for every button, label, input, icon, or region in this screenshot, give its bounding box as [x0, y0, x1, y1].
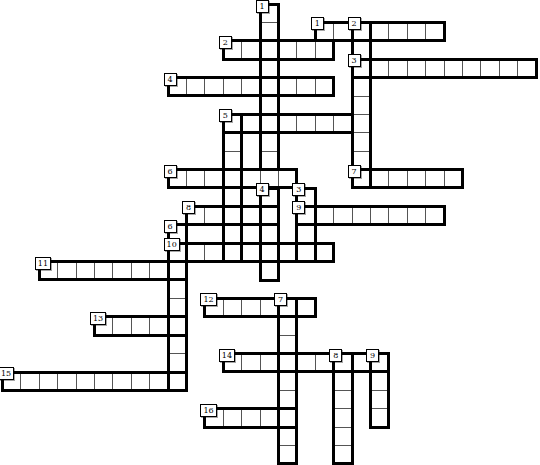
number-box-2: 2	[219, 36, 232, 49]
number-box-1: 1	[256, 0, 269, 13]
number-box-5: 5	[219, 109, 232, 122]
down-1-word[interactable]	[259, 3, 280, 172]
number-box-10: 10	[164, 238, 180, 251]
across-12-word[interactable]	[203, 297, 316, 318]
crossword-board: 1122345673489610111271314891516	[0, 0, 540, 465]
across-4-word[interactable]	[167, 76, 336, 97]
number-box-4: 4	[256, 183, 269, 196]
number-box-15: 15	[0, 367, 14, 380]
number-box-6: 6	[164, 220, 177, 233]
number-box-12: 12	[200, 293, 216, 306]
number-box-8: 8	[329, 349, 342, 362]
down-8-word[interactable]	[332, 352, 353, 465]
number-box-9: 9	[292, 201, 305, 214]
down-7-word[interactable]	[277, 297, 298, 465]
number-box-14: 14	[219, 349, 235, 362]
number-box-2: 2	[348, 17, 361, 30]
down-9-word[interactable]	[369, 352, 390, 429]
number-box-6: 6	[164, 165, 177, 178]
number-box-1: 1	[311, 17, 324, 30]
number-box-7: 7	[274, 293, 287, 306]
across-9-word[interactable]	[295, 205, 445, 226]
across-11-word[interactable]	[38, 260, 188, 281]
down-4-word[interactable]	[259, 187, 280, 282]
number-box-8: 8	[182, 201, 195, 214]
number-box-7: 7	[348, 165, 361, 178]
across-3-word[interactable]	[351, 58, 538, 79]
down-3-word[interactable]	[295, 187, 316, 264]
number-box-3: 3	[348, 54, 361, 67]
number-box-4: 4	[164, 73, 177, 86]
number-box-11: 11	[35, 257, 51, 270]
across-15-word[interactable]	[1, 371, 188, 392]
number-box-9: 9	[366, 349, 379, 362]
number-box-16: 16	[200, 404, 216, 417]
number-box-3: 3	[292, 183, 305, 196]
down-5-word[interactable]	[222, 113, 243, 263]
number-box-13: 13	[90, 312, 106, 325]
